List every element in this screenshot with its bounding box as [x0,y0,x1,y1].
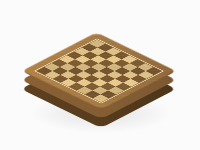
photo-background [0,0,200,150]
chessboard [0,0,200,150]
